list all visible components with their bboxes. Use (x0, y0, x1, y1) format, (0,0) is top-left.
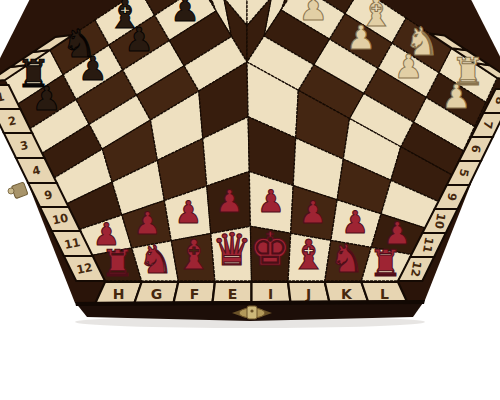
white-pawn[interactable]: ♟ (346, 18, 376, 57)
file-label: F (190, 286, 200, 302)
red-rook[interactable]: ♜ (101, 242, 134, 285)
black-pawn[interactable]: ♟ (78, 49, 108, 88)
file-label: H (113, 286, 125, 302)
red-knight[interactable]: ♞ (330, 236, 365, 281)
brass-hinge (8, 182, 28, 199)
file-label: G (151, 286, 163, 302)
rank-label-right: 12 (408, 260, 425, 278)
white-pawn[interactable]: ♟ (394, 47, 424, 86)
red-rook[interactable]: ♜ (369, 242, 402, 285)
black-pawn[interactable]: ♟ (32, 79, 62, 118)
file-label: K (341, 286, 353, 302)
red-pawn[interactable]: ♟ (133, 205, 161, 241)
rank-label-right: 11 (420, 236, 437, 254)
file-label: L (380, 286, 389, 302)
white-pawn[interactable]: ♟ (442, 77, 472, 116)
red-bishop[interactable]: ♝ (290, 231, 327, 279)
red-pawn[interactable]: ♟ (257, 183, 285, 219)
file-label: J (305, 286, 311, 302)
black-pawn[interactable]: ♟ (170, 0, 200, 29)
red-pawn[interactable]: ♟ (299, 194, 327, 230)
red-king[interactable]: ♚ (250, 222, 291, 276)
red-pawn[interactable]: ♟ (174, 194, 202, 230)
three-player-chess-board: HGFEIJKL1211109432112111095678♛♛♟♟♝♝♟♟♞♞… (0, 0, 500, 400)
file-label: I (268, 286, 273, 302)
white-pawn[interactable]: ♟ (299, 0, 329, 28)
red-bishop[interactable]: ♝ (175, 231, 212, 279)
red-pawn[interactable]: ♟ (215, 183, 243, 219)
red-queen[interactable]: ♛ (212, 223, 252, 276)
red-knight[interactable]: ♞ (138, 237, 173, 282)
rank-label-right: 10 (432, 212, 449, 230)
black-pawn[interactable]: ♟ (124, 20, 154, 59)
photo-scene: HGFEIJKL1211109432112111095678♛♛♟♟♝♝♟♟♞♞… (0, 0, 500, 400)
red-pawn[interactable]: ♟ (341, 204, 369, 240)
file-label: E (228, 286, 238, 302)
